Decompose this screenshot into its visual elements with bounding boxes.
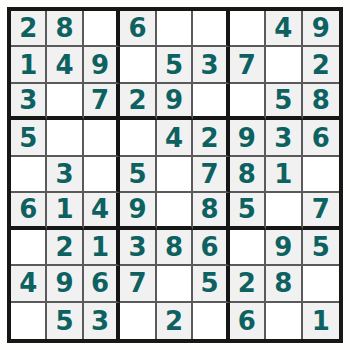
sudoku-cell-given[interactable]: 8 [303, 84, 339, 120]
sudoku-cell-given[interactable]: 5 [11, 120, 47, 156]
sudoku-cell-empty[interactable] [157, 11, 193, 47]
sudoku-cell-given[interactable]: 5 [303, 230, 339, 266]
sudoku-cell-given[interactable]: 8 [266, 266, 302, 302]
sudoku-cell-empty[interactable] [120, 47, 156, 83]
sudoku-cell-given[interactable]: 5 [47, 303, 83, 339]
sudoku-cell-empty[interactable] [11, 303, 47, 339]
sudoku-cell-empty[interactable] [120, 120, 156, 156]
sudoku-cell-empty[interactable] [84, 11, 120, 47]
sudoku-cell-empty[interactable] [157, 266, 193, 302]
sudoku-cell-given[interactable]: 6 [193, 230, 229, 266]
sudoku-cell-given[interactable]: 1 [11, 47, 47, 83]
sudoku-cell-given[interactable]: 1 [266, 157, 302, 193]
sudoku-cell-given[interactable]: 2 [157, 303, 193, 339]
sudoku-cell-given[interactable]: 8 [230, 157, 266, 193]
page: 2864914953723729585429363578161498572138… [0, 0, 350, 350]
sudoku-cell-given[interactable]: 9 [303, 11, 339, 47]
sudoku-cell-empty[interactable] [120, 303, 156, 339]
sudoku-cell-given[interactable]: 8 [193, 193, 229, 229]
sudoku-cell-given[interactable]: 5 [266, 84, 302, 120]
sudoku-cell-given[interactable]: 2 [230, 266, 266, 302]
sudoku-cell-given[interactable]: 3 [193, 47, 229, 83]
sudoku-cell-empty[interactable] [303, 266, 339, 302]
sudoku-cell-given[interactable]: 5 [120, 157, 156, 193]
sudoku-cell-empty[interactable] [193, 11, 229, 47]
sudoku-cell-empty[interactable] [157, 157, 193, 193]
sudoku-cell-empty[interactable] [193, 303, 229, 339]
sudoku-cell-given[interactable]: 2 [193, 120, 229, 156]
sudoku-cell-given[interactable]: 8 [47, 11, 83, 47]
sudoku-cell-empty[interactable] [47, 84, 83, 120]
sudoku-cell-empty[interactable] [230, 84, 266, 120]
sudoku-cell-empty[interactable] [11, 230, 47, 266]
sudoku-cell-empty[interactable] [84, 120, 120, 156]
sudoku-cell-given[interactable]: 3 [84, 303, 120, 339]
sudoku-cell-given[interactable]: 7 [303, 193, 339, 229]
sudoku-cell-given[interactable]: 4 [11, 266, 47, 302]
sudoku-cell-given[interactable]: 6 [11, 193, 47, 229]
sudoku-cell-given[interactable]: 9 [120, 193, 156, 229]
sudoku-cell-given[interactable]: 1 [303, 303, 339, 339]
sudoku-cell-given[interactable]: 5 [157, 47, 193, 83]
sudoku-cell-empty[interactable] [303, 157, 339, 193]
sudoku-cell-empty[interactable] [266, 193, 302, 229]
sudoku-cell-given[interactable]: 4 [47, 47, 83, 83]
sudoku-cell-given[interactable]: 9 [84, 47, 120, 83]
sudoku-cell-given[interactable]: 8 [157, 230, 193, 266]
sudoku-cell-given[interactable]: 2 [303, 47, 339, 83]
sudoku-cell-given[interactable]: 7 [120, 266, 156, 302]
sudoku-cell-given[interactable]: 7 [84, 84, 120, 120]
sudoku-cell-empty[interactable] [84, 157, 120, 193]
sudoku-cell-given[interactable]: 9 [266, 230, 302, 266]
sudoku-cell-empty[interactable] [230, 11, 266, 47]
sudoku-board: 2864914953723729585429363578161498572138… [7, 7, 343, 343]
sudoku-cell-given[interactable]: 6 [303, 120, 339, 156]
sudoku-cell-given[interactable]: 1 [84, 230, 120, 266]
sudoku-cell-empty[interactable] [157, 193, 193, 229]
sudoku-cell-given[interactable]: 7 [230, 47, 266, 83]
sudoku-cell-given[interactable]: 6 [230, 303, 266, 339]
sudoku-cell-given[interactable]: 2 [47, 230, 83, 266]
sudoku-cell-given[interactable]: 3 [266, 120, 302, 156]
sudoku-cell-given[interactable]: 3 [120, 230, 156, 266]
sudoku-cell-empty[interactable] [266, 303, 302, 339]
sudoku-cell-given[interactable]: 3 [47, 157, 83, 193]
sudoku-cell-given[interactable]: 4 [157, 120, 193, 156]
sudoku-cell-given[interactable]: 6 [84, 266, 120, 302]
sudoku-cell-empty[interactable] [266, 47, 302, 83]
sudoku-cell-given[interactable]: 3 [11, 84, 47, 120]
sudoku-cell-empty[interactable] [230, 230, 266, 266]
sudoku-cell-given[interactable]: 4 [266, 11, 302, 47]
sudoku-cell-empty[interactable] [193, 84, 229, 120]
sudoku-cell-given[interactable]: 1 [47, 193, 83, 229]
sudoku-cell-given[interactable]: 4 [84, 193, 120, 229]
sudoku-cell-given[interactable]: 5 [230, 193, 266, 229]
sudoku-cell-given[interactable]: 9 [230, 120, 266, 156]
sudoku-cell-given[interactable]: 2 [120, 84, 156, 120]
sudoku-cell-empty[interactable] [11, 157, 47, 193]
sudoku-cell-given[interactable]: 9 [157, 84, 193, 120]
sudoku-cell-given[interactable]: 2 [11, 11, 47, 47]
sudoku-cell-given[interactable]: 7 [193, 157, 229, 193]
sudoku-cell-given[interactable]: 6 [120, 11, 156, 47]
sudoku-cell-given[interactable]: 5 [193, 266, 229, 302]
sudoku-cell-given[interactable]: 9 [47, 266, 83, 302]
sudoku-cell-empty[interactable] [47, 120, 83, 156]
